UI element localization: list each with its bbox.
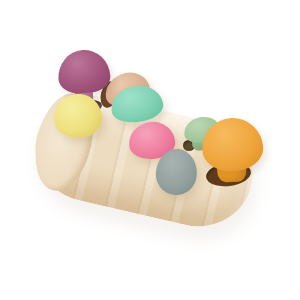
product-photo (0, 0, 300, 300)
purple-mushroom-cap (57, 48, 112, 95)
